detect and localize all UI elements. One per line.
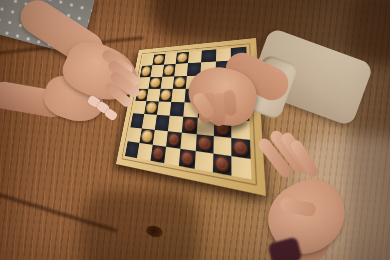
photo-checkers-scene <box>0 0 390 260</box>
right-player-ring-finger <box>223 90 237 117</box>
right-player-moving-arm <box>0 0 390 260</box>
